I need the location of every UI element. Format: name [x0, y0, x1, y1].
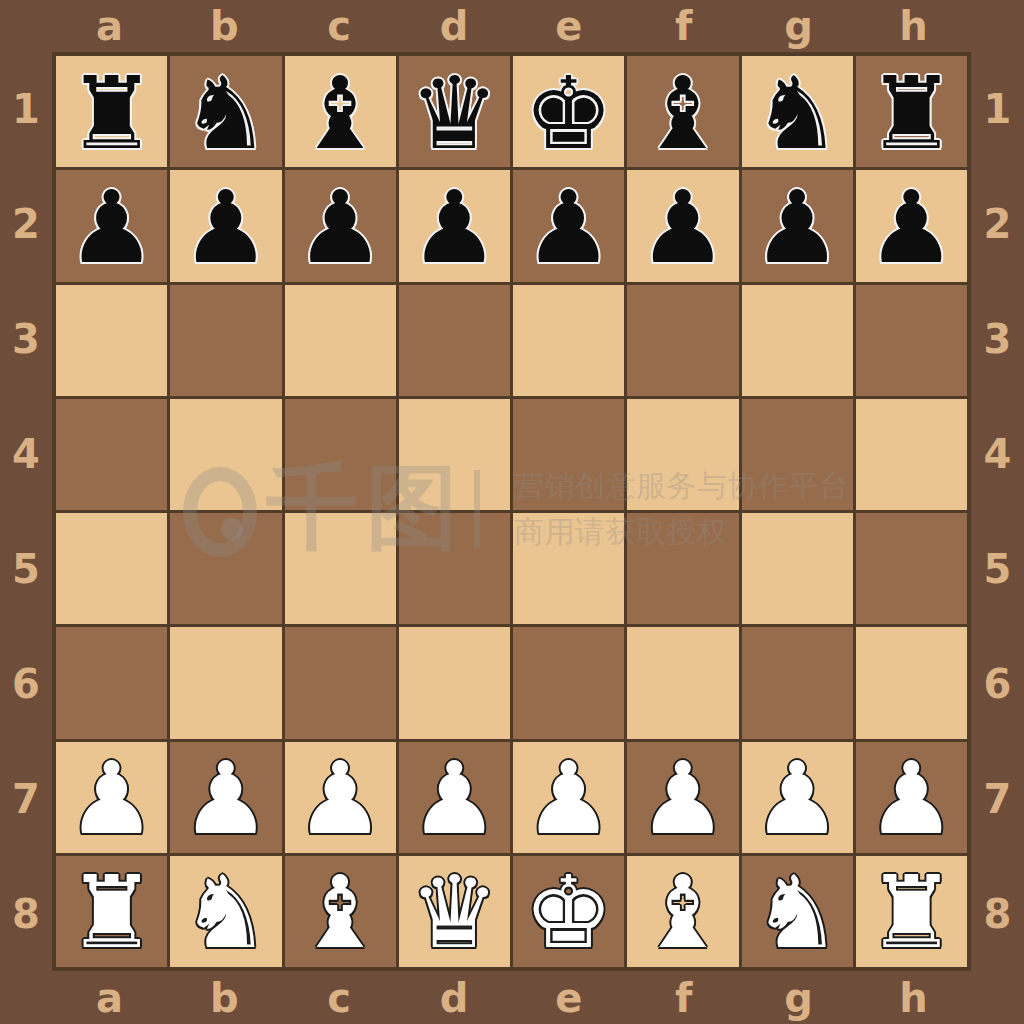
square-b5[interactable]	[170, 513, 281, 624]
board-frame: abcdefgh 12345678 12345678 abcdefgh ♜♞♝♛…	[0, 0, 1024, 1024]
square-h7[interactable]: ♟	[856, 742, 967, 853]
rank-label-right-2: 2	[971, 167, 1024, 282]
piece-white-pawn: ♟	[867, 749, 957, 849]
square-b7[interactable]: ♟	[170, 742, 281, 853]
file-label-bottom-a: a	[52, 971, 167, 1024]
file-label-bottom-g: g	[741, 971, 856, 1024]
piece-white-king: ♚	[524, 863, 614, 963]
square-d7[interactable]: ♟	[399, 742, 510, 853]
square-h6[interactable]	[856, 627, 967, 738]
square-a2[interactable]: ♟	[56, 170, 167, 281]
file-labels-bottom: abcdefgh	[52, 971, 971, 1024]
square-c5[interactable]	[285, 513, 396, 624]
piece-white-pawn: ♟	[752, 749, 842, 849]
square-f6[interactable]	[627, 627, 738, 738]
file-label-top-d: d	[397, 0, 512, 52]
square-e4[interactable]	[513, 399, 624, 510]
piece-black-pawn: ♟	[752, 178, 842, 278]
square-f4[interactable]	[627, 399, 738, 510]
piece-white-knight: ♞	[181, 863, 271, 963]
square-e3[interactable]	[513, 285, 624, 396]
square-d3[interactable]	[399, 285, 510, 396]
square-e2[interactable]: ♟	[513, 170, 624, 281]
square-g7[interactable]: ♟	[742, 742, 853, 853]
piece-black-pawn: ♟	[410, 178, 500, 278]
piece-black-rook: ♜	[867, 64, 957, 164]
piece-white-bishop: ♝	[638, 863, 728, 963]
piece-white-pawn: ♟	[295, 749, 385, 849]
piece-white-queen: ♛	[410, 863, 500, 963]
rank-label-left-4: 4	[0, 397, 52, 512]
file-label-bottom-h: h	[856, 971, 971, 1024]
square-e6[interactable]	[513, 627, 624, 738]
square-a6[interactable]	[56, 627, 167, 738]
square-c8[interactable]: ♝	[285, 856, 396, 967]
square-d1[interactable]: ♛	[399, 56, 510, 167]
rank-label-right-6: 6	[971, 626, 1024, 741]
square-e5[interactable]	[513, 513, 624, 624]
rank-label-left-1: 1	[0, 52, 52, 167]
piece-black-pawn: ♟	[867, 178, 957, 278]
square-h5[interactable]	[856, 513, 967, 624]
piece-white-pawn: ♟	[524, 749, 614, 849]
piece-white-pawn: ♟	[638, 749, 728, 849]
rank-label-left-6: 6	[0, 626, 52, 741]
piece-black-pawn: ♟	[638, 178, 728, 278]
rank-label-right-5: 5	[971, 512, 1024, 627]
file-label-bottom-b: b	[167, 971, 282, 1024]
file-label-top-b: b	[167, 0, 282, 52]
square-h1[interactable]: ♜	[856, 56, 967, 167]
piece-black-king: ♚	[524, 64, 614, 164]
piece-white-pawn: ♟	[410, 749, 500, 849]
rank-label-left-3: 3	[0, 282, 52, 397]
square-b3[interactable]	[170, 285, 281, 396]
piece-white-rook: ♜	[67, 863, 157, 963]
square-g4[interactable]	[742, 399, 853, 510]
square-g6[interactable]	[742, 627, 853, 738]
piece-black-knight: ♞	[752, 64, 842, 164]
square-e1[interactable]: ♚	[513, 56, 624, 167]
square-f8[interactable]: ♝	[627, 856, 738, 967]
file-label-top-a: a	[52, 0, 167, 52]
square-f3[interactable]	[627, 285, 738, 396]
square-f2[interactable]: ♟	[627, 170, 738, 281]
square-a1[interactable]: ♜	[56, 56, 167, 167]
rank-label-left-5: 5	[0, 512, 52, 627]
square-b4[interactable]	[170, 399, 281, 510]
square-g5[interactable]	[742, 513, 853, 624]
rank-labels-right: 12345678	[971, 52, 1024, 971]
square-h8[interactable]: ♜	[856, 856, 967, 967]
file-label-top-h: h	[856, 0, 971, 52]
piece-black-pawn: ♟	[524, 178, 614, 278]
square-c6[interactable]	[285, 627, 396, 738]
file-label-bottom-c: c	[282, 971, 397, 1024]
rank-label-left-8: 8	[0, 856, 52, 971]
rank-label-right-1: 1	[971, 52, 1024, 167]
square-c1[interactable]: ♝	[285, 56, 396, 167]
square-h3[interactable]	[856, 285, 967, 396]
rank-label-left-2: 2	[0, 167, 52, 282]
file-label-top-c: c	[282, 0, 397, 52]
square-a4[interactable]	[56, 399, 167, 510]
square-b6[interactable]	[170, 627, 281, 738]
square-d8[interactable]: ♛	[399, 856, 510, 967]
square-g3[interactable]	[742, 285, 853, 396]
file-label-top-e: e	[512, 0, 627, 52]
piece-white-knight: ♞	[752, 863, 842, 963]
square-g2[interactable]: ♟	[742, 170, 853, 281]
square-d5[interactable]	[399, 513, 510, 624]
file-label-bottom-d: d	[397, 971, 512, 1024]
piece-white-bishop: ♝	[295, 863, 385, 963]
file-label-top-g: g	[741, 0, 856, 52]
piece-black-knight: ♞	[181, 64, 271, 164]
rank-labels-left: 12345678	[0, 52, 52, 971]
piece-black-pawn: ♟	[181, 178, 271, 278]
square-a8[interactable]: ♜	[56, 856, 167, 967]
piece-white-pawn: ♟	[181, 749, 271, 849]
square-b1[interactable]: ♞	[170, 56, 281, 167]
square-f1[interactable]: ♝	[627, 56, 738, 167]
square-d6[interactable]	[399, 627, 510, 738]
square-c2[interactable]: ♟	[285, 170, 396, 281]
rank-label-right-8: 8	[971, 856, 1024, 971]
rank-label-right-7: 7	[971, 741, 1024, 856]
rank-label-right-3: 3	[971, 282, 1024, 397]
file-label-top-f: f	[626, 0, 741, 52]
square-b2[interactable]: ♟	[170, 170, 281, 281]
square-h2[interactable]: ♟	[856, 170, 967, 281]
square-f5[interactable]	[627, 513, 738, 624]
square-e7[interactable]: ♟	[513, 742, 624, 853]
piece-black-bishop: ♝	[638, 64, 728, 164]
piece-black-bishop: ♝	[295, 64, 385, 164]
piece-black-pawn: ♟	[295, 178, 385, 278]
square-c3[interactable]	[285, 285, 396, 396]
square-b8[interactable]: ♞	[170, 856, 281, 967]
piece-white-pawn: ♟	[67, 749, 157, 849]
square-g8[interactable]: ♞	[742, 856, 853, 967]
square-c7[interactable]: ♟	[285, 742, 396, 853]
square-a5[interactable]	[56, 513, 167, 624]
rank-label-right-4: 4	[971, 397, 1024, 512]
file-label-bottom-f: f	[626, 971, 741, 1024]
piece-white-rook: ♜	[867, 863, 957, 963]
square-c4[interactable]	[285, 399, 396, 510]
square-d2[interactable]: ♟	[399, 170, 510, 281]
square-h4[interactable]	[856, 399, 967, 510]
square-d4[interactable]	[399, 399, 510, 510]
square-f7[interactable]: ♟	[627, 742, 738, 853]
board-grid: ♜♞♝♛♚♝♞♜♟♟♟♟♟♟♟♟♟♟♟♟♟♟♟♟♜♞♝♛♚♝♞♜	[52, 52, 971, 971]
file-label-bottom-e: e	[512, 971, 627, 1024]
piece-black-pawn: ♟	[67, 178, 157, 278]
file-labels-top: abcdefgh	[52, 0, 971, 52]
square-a3[interactable]	[56, 285, 167, 396]
square-g1[interactable]: ♞	[742, 56, 853, 167]
square-a7[interactable]: ♟	[56, 742, 167, 853]
piece-black-rook: ♜	[67, 64, 157, 164]
rank-label-left-7: 7	[0, 741, 52, 856]
piece-black-queen: ♛	[410, 64, 500, 164]
square-e8[interactable]: ♚	[513, 856, 624, 967]
